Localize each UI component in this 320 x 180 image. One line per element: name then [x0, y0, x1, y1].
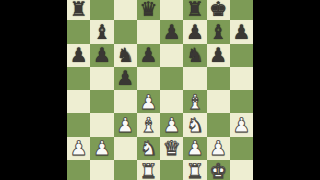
piece-white-pawn[interactable]: ♟: [139, 91, 157, 111]
square-g7[interactable]: ♝: [207, 20, 230, 43]
square-e8[interactable]: [160, 0, 183, 20]
square-b7[interactable]: ♝: [90, 20, 113, 43]
piece-black-pawn[interactable]: ♟: [70, 45, 88, 65]
piece-black-pawn[interactable]: ♟: [209, 45, 227, 65]
piece-white-pawn[interactable]: ♟: [70, 138, 88, 158]
square-b5[interactable]: [90, 67, 113, 90]
square-c4[interactable]: [114, 90, 137, 113]
square-h5[interactable]: [230, 67, 253, 90]
square-d1[interactable]: ♜: [137, 160, 160, 180]
square-a5[interactable]: [67, 67, 90, 90]
square-b3[interactable]: [90, 113, 113, 136]
square-d2[interactable]: ♞: [137, 137, 160, 160]
piece-white-pawn[interactable]: ♟: [163, 114, 181, 134]
piece-black-pawn[interactable]: ♟: [139, 45, 157, 65]
piece-white-pawn[interactable]: ♟: [93, 138, 111, 158]
piece-black-rook[interactable]: ♜: [70, 0, 88, 18]
square-b8[interactable]: [90, 0, 113, 20]
square-d7[interactable]: [137, 20, 160, 43]
square-f2[interactable]: ♟: [183, 137, 206, 160]
piece-black-knight[interactable]: ♞: [116, 45, 134, 65]
piece-black-pawn[interactable]: ♟: [116, 68, 134, 88]
square-d5[interactable]: [137, 67, 160, 90]
piece-white-rook[interactable]: ♜: [186, 161, 204, 180]
square-e4[interactable]: [160, 90, 183, 113]
square-a2[interactable]: ♟: [67, 137, 90, 160]
square-g6[interactable]: ♟: [207, 44, 230, 67]
square-c6[interactable]: ♞: [114, 44, 137, 67]
square-e6[interactable]: [160, 44, 183, 67]
piece-white-pawn[interactable]: ♟: [116, 114, 134, 134]
square-f3[interactable]: ♞: [183, 113, 206, 136]
square-a1[interactable]: [67, 160, 90, 180]
square-a8[interactable]: ♜: [67, 0, 90, 20]
square-h3[interactable]: ♟: [230, 113, 253, 136]
square-c3[interactable]: ♟: [114, 113, 137, 136]
piece-white-king[interactable]: ♚: [209, 161, 227, 180]
piece-white-bishop[interactable]: ♝: [186, 91, 204, 111]
square-d8[interactable]: ♛: [137, 0, 160, 20]
square-h8[interactable]: [230, 0, 253, 20]
square-d3[interactable]: ♝: [137, 113, 160, 136]
square-a6[interactable]: ♟: [67, 44, 90, 67]
square-d6[interactable]: ♟: [137, 44, 160, 67]
piece-black-king[interactable]: ♚: [209, 0, 227, 18]
video-thumbnail-canvas: ♜♛♜♚♝♟♟♝♟♟♟♞♟♞♟♟♟♝♟♝♟♞♟♟♟♞♛♟♟♜♜♚: [0, 0, 320, 180]
square-g8[interactable]: ♚: [207, 0, 230, 20]
piece-black-queen[interactable]: ♛: [139, 0, 157, 18]
square-g3[interactable]: [207, 113, 230, 136]
square-b1[interactable]: [90, 160, 113, 180]
square-e1[interactable]: [160, 160, 183, 180]
piece-black-pawn[interactable]: ♟: [232, 21, 250, 41]
square-b6[interactable]: ♟: [90, 44, 113, 67]
square-e7[interactable]: ♟: [160, 20, 183, 43]
square-e2[interactable]: ♛: [160, 137, 183, 160]
piece-black-pawn[interactable]: ♟: [163, 21, 181, 41]
square-a7[interactable]: [67, 20, 90, 43]
piece-black-knight[interactable]: ♞: [186, 45, 204, 65]
square-h7[interactable]: ♟: [230, 20, 253, 43]
square-g5[interactable]: [207, 67, 230, 90]
square-g2[interactable]: ♟: [207, 137, 230, 160]
square-e5[interactable]: [160, 67, 183, 90]
square-a3[interactable]: [67, 113, 90, 136]
square-f4[interactable]: ♝: [183, 90, 206, 113]
piece-black-bishop[interactable]: ♝: [209, 21, 227, 41]
square-h2[interactable]: [230, 137, 253, 160]
square-h6[interactable]: [230, 44, 253, 67]
square-e3[interactable]: ♟: [160, 113, 183, 136]
square-a4[interactable]: [67, 90, 90, 113]
square-b2[interactable]: ♟: [90, 137, 113, 160]
piece-black-rook[interactable]: ♜: [186, 0, 204, 18]
square-d4[interactable]: ♟: [137, 90, 160, 113]
square-c8[interactable]: [114, 0, 137, 20]
piece-black-pawn[interactable]: ♟: [186, 21, 204, 41]
square-c2[interactable]: [114, 137, 137, 160]
piece-black-bishop[interactable]: ♝: [93, 21, 111, 41]
square-f7[interactable]: ♟: [183, 20, 206, 43]
square-c1[interactable]: [114, 160, 137, 180]
piece-white-pawn[interactable]: ♟: [186, 138, 204, 158]
square-c5[interactable]: ♟: [114, 67, 137, 90]
piece-black-pawn[interactable]: ♟: [93, 45, 111, 65]
square-f5[interactable]: [183, 67, 206, 90]
square-c7[interactable]: [114, 20, 137, 43]
square-f6[interactable]: ♞: [183, 44, 206, 67]
piece-white-knight[interactable]: ♞: [139, 138, 157, 158]
piece-white-pawn[interactable]: ♟: [232, 114, 250, 134]
piece-white-bishop[interactable]: ♝: [139, 114, 157, 134]
square-b4[interactable]: [90, 90, 113, 113]
square-f8[interactable]: ♜: [183, 0, 206, 20]
square-g1[interactable]: ♚: [207, 160, 230, 180]
piece-white-pawn[interactable]: ♟: [209, 138, 227, 158]
piece-white-queen[interactable]: ♛: [163, 138, 181, 158]
square-g4[interactable]: [207, 90, 230, 113]
square-h1[interactable]: [230, 160, 253, 180]
piece-white-rook[interactable]: ♜: [139, 161, 157, 180]
piece-white-knight[interactable]: ♞: [186, 114, 204, 134]
chess-board: ♜♛♜♚♝♟♟♝♟♟♟♞♟♞♟♟♟♝♟♝♟♞♟♟♟♞♛♟♟♜♜♚: [67, 0, 253, 180]
square-f1[interactable]: ♜: [183, 160, 206, 180]
square-h4[interactable]: [230, 90, 253, 113]
